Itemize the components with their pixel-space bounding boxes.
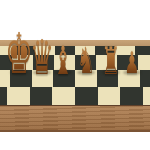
chess-piece-rook: ♜	[101, 42, 120, 80]
board-square-f5	[98, 87, 121, 105]
board-square-e5	[75, 87, 98, 105]
board-square-g5	[120, 87, 143, 105]
chess-piece-knight: ♞	[77, 43, 95, 79]
chess-board-photo: ♚♛♝♞♜♟	[0, 0, 150, 150]
chess-piece-queen: ♛	[30, 33, 54, 81]
chess-piece-king: ♚	[5, 26, 33, 82]
board-square-b5	[7, 87, 30, 105]
board-square-d5	[52, 87, 75, 105]
board-square-c5	[30, 87, 53, 105]
board-square-a5	[0, 87, 7, 105]
chess-piece-pawn: ♟	[124, 48, 139, 78]
board-front-frame	[0, 105, 150, 132]
board-square-h6	[140, 70, 150, 87]
board-square-h5	[143, 87, 150, 105]
board-square-h7	[138, 55, 150, 70]
chess-piece-bishop: ♝	[53, 41, 73, 80]
